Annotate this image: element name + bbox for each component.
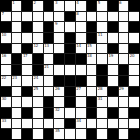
white-cell[interactable]: 17 (22, 54, 32, 64)
white-cell[interactable]: 22 (1, 76, 11, 86)
white-cell[interactable] (119, 44, 129, 54)
white-cell[interactable] (22, 12, 32, 22)
clue-number: 28 (98, 87, 103, 91)
clue-number: 30 (2, 97, 7, 101)
white-cell[interactable] (12, 119, 22, 129)
black-cell (44, 22, 54, 32)
white-cell[interactable]: 20 (129, 54, 139, 64)
white-cell[interactable] (87, 12, 97, 22)
white-cell[interactable] (44, 76, 54, 86)
white-cell[interactable] (129, 65, 139, 75)
white-cell[interactable] (12, 22, 22, 32)
clue-number: 9 (55, 22, 57, 26)
white-cell[interactable] (12, 108, 22, 118)
white-cell[interactable] (12, 129, 22, 139)
white-cell[interactable] (54, 97, 64, 107)
black-cell (1, 129, 11, 139)
white-cell[interactable] (76, 108, 86, 118)
clue-number: 27 (76, 87, 81, 91)
black-cell (76, 54, 86, 64)
clue-number: 4 (76, 1, 78, 5)
white-cell[interactable]: 18 (87, 54, 97, 64)
white-cell[interactable] (44, 12, 54, 22)
white-cell[interactable] (87, 119, 97, 129)
white-cell[interactable] (54, 119, 64, 129)
clue-number: 15 (87, 44, 92, 48)
white-cell[interactable]: 13 (44, 44, 54, 54)
white-cell[interactable] (97, 119, 107, 129)
black-cell (44, 129, 54, 139)
white-cell[interactable] (119, 97, 129, 107)
clue-number: 23 (12, 76, 17, 80)
black-cell (12, 65, 22, 75)
white-cell[interactable] (65, 108, 75, 118)
black-cell (65, 33, 75, 43)
black-cell (65, 76, 75, 86)
white-cell[interactable] (12, 97, 22, 107)
white-cell[interactable] (97, 22, 107, 32)
black-cell (87, 22, 97, 32)
black-cell (65, 119, 75, 129)
white-cell[interactable]: 7 (1, 12, 11, 22)
clue-number: 31 (98, 97, 103, 101)
white-cell[interactable]: 10 (1, 33, 11, 43)
white-cell[interactable] (97, 54, 107, 64)
white-cell[interactable]: 8 (76, 12, 86, 22)
clue-number: 29 (119, 87, 124, 91)
black-cell (22, 87, 32, 97)
black-cell (129, 129, 139, 139)
black-cell (119, 65, 129, 75)
black-cell (22, 1, 32, 11)
black-cell (44, 97, 54, 107)
black-cell (54, 54, 64, 64)
white-cell[interactable] (108, 65, 118, 75)
white-cell[interactable] (76, 22, 86, 32)
white-cell[interactable] (119, 54, 129, 64)
white-cell[interactable]: 1 (12, 1, 22, 11)
black-cell (33, 65, 43, 75)
clue-number: 6 (119, 1, 121, 5)
clue-number: 18 (87, 54, 92, 58)
black-cell (54, 76, 64, 86)
black-cell (65, 44, 75, 54)
white-cell[interactable]: 30 (1, 97, 11, 107)
black-cell (129, 1, 139, 11)
clue-number: 2 (34, 1, 36, 5)
white-cell[interactable] (76, 97, 86, 107)
white-cell[interactable] (129, 76, 139, 86)
white-cell[interactable] (108, 12, 118, 22)
white-cell[interactable] (33, 119, 43, 129)
clue-number: 8 (76, 12, 78, 16)
white-cell[interactable] (33, 108, 43, 118)
black-cell (76, 76, 86, 86)
clue-number: 32 (55, 108, 60, 112)
white-cell[interactable]: 6 (119, 1, 129, 11)
clue-number: 3 (55, 1, 57, 5)
clue-number: 16 (2, 54, 7, 58)
black-cell (1, 44, 11, 54)
white-cell[interactable] (33, 129, 43, 139)
white-cell[interactable]: 34 (76, 119, 86, 129)
white-cell[interactable] (65, 129, 75, 139)
white-cell[interactable] (65, 65, 75, 75)
black-cell (129, 87, 139, 97)
black-cell (22, 44, 32, 54)
white-cell[interactable] (119, 129, 129, 139)
white-cell[interactable] (33, 12, 43, 22)
white-cell[interactable]: 28 (97, 87, 107, 97)
white-cell[interactable] (108, 97, 118, 107)
white-cell[interactable] (54, 33, 64, 43)
white-cell[interactable] (12, 33, 22, 43)
black-cell (1, 1, 11, 11)
white-cell[interactable]: 35 (54, 129, 64, 139)
white-cell[interactable]: 19 (108, 54, 118, 64)
white-cell[interactable]: 9 (54, 22, 64, 32)
white-cell[interactable] (44, 54, 54, 64)
black-cell (1, 108, 11, 118)
clue-number: 12 (34, 44, 39, 48)
black-cell (87, 129, 97, 139)
black-cell (65, 54, 75, 64)
clue-number: 17 (23, 54, 28, 58)
clue-number: 19 (108, 54, 113, 58)
clue-number: 24 (34, 76, 39, 80)
clue-number: 11 (98, 33, 103, 37)
white-cell[interactable]: 5 (97, 1, 107, 11)
black-cell (97, 76, 107, 86)
white-cell[interactable] (22, 33, 32, 43)
black-cell (22, 22, 32, 32)
white-cell[interactable] (129, 119, 139, 129)
white-cell[interactable] (97, 44, 107, 54)
white-cell[interactable]: 21 (44, 65, 54, 75)
clue-number: 10 (2, 33, 7, 37)
white-cell[interactable]: 33 (1, 119, 11, 129)
white-cell[interactable] (54, 44, 64, 54)
white-cell[interactable]: 26 (54, 87, 64, 97)
white-cell[interactable] (129, 33, 139, 43)
clue-number: 7 (2, 12, 4, 16)
white-cell[interactable] (76, 129, 86, 139)
black-cell (87, 33, 97, 43)
white-cell[interactable] (22, 97, 32, 107)
white-cell[interactable]: 25 (33, 87, 43, 97)
black-cell (44, 108, 54, 118)
white-cell[interactable] (129, 97, 139, 107)
white-cell[interactable] (33, 97, 43, 107)
clue-number: 25 (34, 87, 39, 91)
black-cell (65, 87, 75, 97)
white-cell[interactable] (33, 33, 43, 43)
white-cell[interactable]: 16 (1, 54, 11, 64)
white-cell[interactable] (119, 119, 129, 129)
white-cell[interactable] (44, 87, 54, 97)
white-cell[interactable] (129, 12, 139, 22)
black-cell (22, 108, 32, 118)
white-cell[interactable]: 14 (76, 44, 86, 54)
black-cell (87, 1, 97, 11)
white-cell[interactable]: 31 (97, 97, 107, 107)
black-cell (22, 129, 32, 139)
black-cell (129, 108, 139, 118)
white-cell[interactable] (108, 119, 118, 129)
white-cell[interactable] (44, 119, 54, 129)
white-cell[interactable] (54, 12, 64, 22)
clue-number: 26 (55, 87, 60, 91)
white-cell[interactable] (54, 65, 64, 75)
white-cell[interactable] (87, 76, 97, 86)
white-cell[interactable] (12, 44, 22, 54)
black-cell (12, 54, 22, 64)
white-cell[interactable]: 24 (33, 76, 43, 86)
white-cell[interactable] (97, 108, 107, 118)
white-cell[interactable]: 27 (76, 87, 86, 97)
clue-number: 34 (76, 119, 81, 123)
white-cell[interactable] (65, 22, 75, 32)
black-cell (108, 129, 118, 139)
clue-number: 33 (2, 119, 7, 123)
black-cell (108, 87, 118, 97)
white-cell[interactable]: 12 (33, 44, 43, 54)
black-cell (44, 1, 54, 11)
white-cell[interactable] (33, 22, 43, 32)
white-cell[interactable] (119, 108, 129, 118)
white-cell[interactable] (119, 12, 129, 22)
black-cell (97, 65, 107, 75)
black-cell (33, 54, 43, 64)
white-cell[interactable]: 11 (97, 33, 107, 43)
white-cell[interactable]: 2 (33, 1, 43, 11)
black-cell (119, 76, 129, 86)
white-cell[interactable] (97, 129, 107, 139)
black-cell (108, 22, 118, 32)
white-cell[interactable] (76, 65, 86, 75)
white-cell[interactable] (119, 33, 129, 43)
white-cell[interactable] (87, 65, 97, 75)
clue-number: 14 (76, 44, 81, 48)
white-cell[interactable] (97, 12, 107, 22)
white-cell[interactable] (108, 33, 118, 43)
black-cell (44, 33, 54, 43)
black-cell (129, 22, 139, 32)
white-cell[interactable] (119, 22, 129, 32)
crossword-puzzle: 1234567891011121314151617181920212223242… (0, 0, 140, 140)
clue-number: 20 (130, 54, 135, 58)
black-cell (1, 87, 11, 97)
white-cell[interactable] (22, 65, 32, 75)
crossword-grid: 1234567891011121314151617181920212223242… (0, 0, 140, 140)
black-cell (108, 1, 118, 11)
clue-number: 5 (98, 1, 100, 5)
white-cell[interactable]: 23 (12, 76, 22, 86)
white-cell[interactable]: 4 (76, 1, 86, 11)
clue-number: 21 (44, 65, 49, 69)
white-cell[interactable] (22, 119, 32, 129)
white-cell[interactable] (108, 76, 118, 86)
black-cell (65, 97, 75, 107)
white-cell[interactable] (76, 33, 86, 43)
clue-number: 22 (2, 76, 7, 80)
black-cell (87, 97, 97, 107)
black-cell (108, 108, 118, 118)
black-cell (65, 12, 75, 22)
white-cell[interactable] (12, 87, 22, 97)
white-cell[interactable] (1, 65, 11, 75)
white-cell[interactable]: 3 (54, 1, 64, 11)
black-cell (129, 44, 139, 54)
white-cell[interactable]: 32 (54, 108, 64, 118)
clue-number: 35 (55, 129, 60, 133)
clue-number: 1 (12, 1, 14, 5)
white-cell[interactable]: 15 (87, 44, 97, 54)
black-cell (87, 108, 97, 118)
white-cell[interactable] (87, 87, 97, 97)
white-cell[interactable]: 29 (119, 87, 129, 97)
white-cell[interactable] (22, 76, 32, 86)
white-cell[interactable] (12, 12, 22, 22)
clue-number: 13 (44, 44, 49, 48)
white-cell[interactable] (65, 1, 75, 11)
black-cell (108, 44, 118, 54)
black-cell (1, 22, 11, 32)
